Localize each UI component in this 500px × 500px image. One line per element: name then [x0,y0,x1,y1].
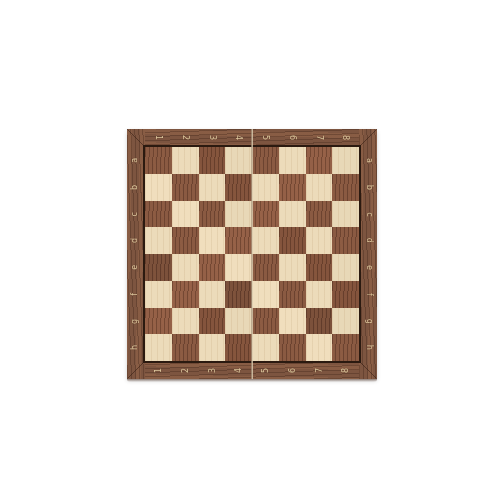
board-square [172,281,199,308]
coordinate-label: f [355,287,382,302]
coordinate-label: f [122,287,149,302]
board-square [225,147,252,174]
board-square [172,147,199,174]
board-square [225,227,252,254]
coordinate-label: 6 [285,124,300,151]
board-square [279,308,306,335]
board-square [225,174,252,201]
fold-seam [251,129,253,379]
board-square [252,308,279,335]
board-square [252,174,279,201]
product-photo: 12345678 12345678 abcdefgh abcdefgh [0,0,500,500]
board-square [252,147,279,174]
board-square [306,227,333,254]
coordinate-label: c [355,206,382,221]
board-square [199,147,226,174]
board-square [306,147,333,174]
coordinate-label: 1 [151,124,166,151]
board-square [306,201,333,228]
coordinate-label: 4 [231,357,246,384]
board-square [279,147,306,174]
coordinate-label: 2 [178,357,193,384]
board-square [199,227,226,254]
board-square [172,227,199,254]
coordinate-label: 6 [285,357,300,384]
coordinate-label: c [122,206,149,221]
board-square [225,308,252,335]
board-square [172,201,199,228]
coordinate-label: d [122,233,149,248]
board-square [306,281,333,308]
board-square [172,308,199,335]
coordinate-label: g [122,313,149,328]
board-square [199,254,226,281]
coordinate-label: g [355,313,382,328]
board-square [225,201,252,228]
board-square [145,201,172,228]
board-square [279,201,306,228]
board-square [145,308,172,335]
board-square [306,254,333,281]
board-square [252,227,279,254]
coordinate-label: 1 [151,357,166,384]
coordinate-label: 2 [178,124,193,151]
coords-right: abcdefgh [361,147,376,361]
board-square [199,281,226,308]
coordinate-label: 5 [258,124,273,151]
board-square [252,201,279,228]
board-square [172,174,199,201]
coordinate-label: 8 [338,124,353,151]
coordinate-label: 7 [311,124,326,151]
coords-left: abcdefgh [128,147,143,361]
board-square [279,227,306,254]
coordinate-label: a [355,153,382,168]
board-square [252,281,279,308]
board-square [199,308,226,335]
coordinate-label: a [122,153,149,168]
coordinate-label: h [355,340,382,355]
board-square [225,254,252,281]
board-square [306,174,333,201]
board-square [145,147,172,174]
coordinate-label: 3 [204,357,219,384]
coordinate-label: d [355,233,382,248]
board-square [172,254,199,281]
board-square [199,201,226,228]
board-square [199,174,226,201]
coordinate-label: 8 [338,357,353,384]
board-square [306,308,333,335]
coordinate-label: 4 [231,124,246,151]
board-square [145,174,172,201]
coordinate-label: h [122,340,149,355]
coordinate-label: e [355,260,382,275]
board-square [279,174,306,201]
chessboard: 12345678 12345678 abcdefgh abcdefgh [127,129,377,379]
board-square [252,254,279,281]
board-square [145,254,172,281]
board-square [145,227,172,254]
coordinate-label: 3 [204,124,219,151]
board-square [145,281,172,308]
coordinate-label: 5 [258,357,273,384]
coordinate-label: e [122,260,149,275]
coordinate-label: b [355,180,382,195]
coordinate-label: b [122,180,149,195]
board-square [279,281,306,308]
board-square [225,281,252,308]
board-square [279,254,306,281]
coordinate-label: 7 [311,357,326,384]
